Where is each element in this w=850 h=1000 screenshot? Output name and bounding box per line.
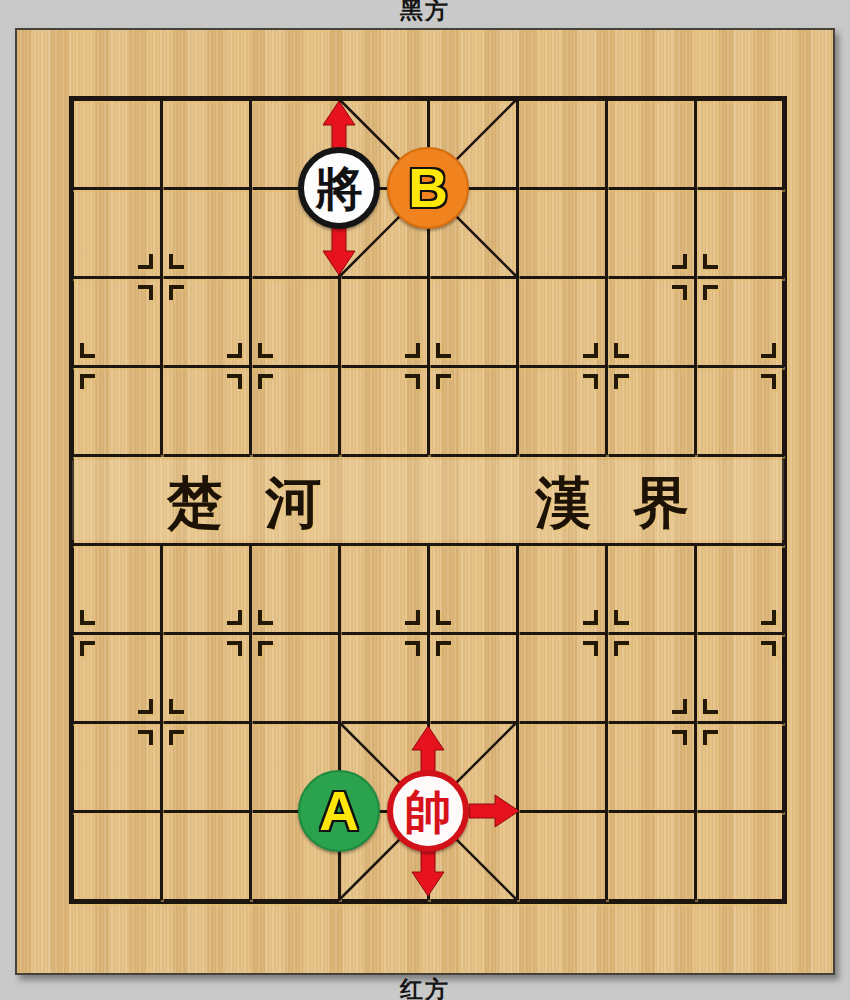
point-marker xyxy=(80,343,95,358)
grid-line-vertical xyxy=(694,99,697,455)
playfield: 楚河 漢界 將 B 帥 A xyxy=(17,30,833,973)
point-marker xyxy=(614,343,629,358)
marker-a[interactable]: A xyxy=(298,770,380,852)
point-marker xyxy=(169,285,184,300)
point-marker xyxy=(258,343,273,358)
point-marker xyxy=(761,610,776,625)
point-marker xyxy=(703,254,718,269)
point-marker xyxy=(614,374,629,389)
river-text-right: 漢界 xyxy=(535,466,731,542)
point-marker xyxy=(80,641,95,656)
grid-line-vertical xyxy=(605,544,608,900)
point-marker xyxy=(583,641,598,656)
marker-b[interactable]: B xyxy=(387,147,469,229)
point-marker xyxy=(614,641,629,656)
point-marker xyxy=(405,610,420,625)
grid-line-vertical xyxy=(605,99,608,455)
point-marker xyxy=(583,343,598,358)
grid-line-vertical xyxy=(694,544,697,900)
point-marker xyxy=(703,699,718,714)
point-marker xyxy=(761,374,776,389)
point-marker xyxy=(405,374,420,389)
point-marker xyxy=(138,699,153,714)
point-marker xyxy=(436,641,451,656)
grid-line-vertical xyxy=(516,544,519,900)
grid-line-vertical xyxy=(160,99,163,455)
point-marker xyxy=(258,641,273,656)
point-marker xyxy=(672,285,687,300)
black-side-label: 黑方 xyxy=(0,0,850,26)
point-marker xyxy=(227,610,242,625)
xiangqi-board: 楚河 漢界 將 B 帥 A xyxy=(15,28,835,975)
point-marker xyxy=(169,730,184,745)
grid-line-vertical xyxy=(249,99,252,455)
grid-line-vertical xyxy=(160,544,163,900)
point-marker xyxy=(80,610,95,625)
river-text-left: 楚河 xyxy=(167,466,363,542)
point-marker xyxy=(761,641,776,656)
point-marker xyxy=(258,610,273,625)
red-general-piece[interactable]: 帥 xyxy=(387,770,469,852)
point-marker xyxy=(138,730,153,745)
point-marker xyxy=(227,641,242,656)
point-marker xyxy=(227,374,242,389)
point-marker xyxy=(583,610,598,625)
point-marker xyxy=(258,374,273,389)
point-marker xyxy=(436,610,451,625)
black-general-piece[interactable]: 將 xyxy=(298,147,380,229)
grid-line-vertical xyxy=(249,544,252,900)
point-marker xyxy=(138,254,153,269)
grid-line-vertical xyxy=(516,99,519,455)
point-marker xyxy=(405,343,420,358)
point-marker xyxy=(761,343,776,358)
point-marker xyxy=(672,254,687,269)
point-marker xyxy=(436,343,451,358)
point-marker xyxy=(703,730,718,745)
point-marker xyxy=(138,285,153,300)
point-marker xyxy=(169,699,184,714)
point-marker xyxy=(672,699,687,714)
point-marker xyxy=(169,254,184,269)
point-marker xyxy=(583,374,598,389)
point-marker xyxy=(703,285,718,300)
point-marker xyxy=(80,374,95,389)
red-side-label: 红方 xyxy=(0,974,850,1000)
river: 楚河 漢界 xyxy=(72,460,784,540)
point-marker xyxy=(436,374,451,389)
point-marker xyxy=(405,641,420,656)
point-marker xyxy=(614,610,629,625)
point-marker xyxy=(672,730,687,745)
point-marker xyxy=(227,343,242,358)
